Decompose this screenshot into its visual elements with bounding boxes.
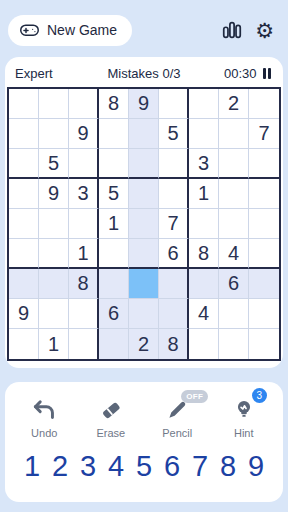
cell-r6c8[interactable]: 4	[219, 239, 249, 269]
cell-r6c3[interactable]: 1	[69, 239, 99, 269]
cell-r8c3[interactable]	[69, 299, 99, 329]
tools-card: Undo Erase OFF Pencil	[5, 382, 283, 502]
cell-r4c7[interactable]: 1	[189, 179, 219, 209]
cell-r9c3[interactable]	[69, 329, 99, 359]
cell-r9c7[interactable]	[189, 329, 219, 359]
numpad-1[interactable]: 1	[19, 451, 45, 483]
cell-r7c9[interactable]	[249, 269, 279, 299]
cell-r3c2[interactable]: 5	[39, 149, 69, 179]
numpad-2[interactable]: 2	[47, 451, 73, 483]
cell-r4c9[interactable]	[249, 179, 279, 209]
cell-r5c3[interactable]	[69, 209, 99, 239]
cell-r3c3[interactable]	[69, 149, 99, 179]
sudoku-grid: 89295753935117168486964128	[7, 87, 281, 361]
cell-r9c1[interactable]	[9, 329, 39, 359]
cell-r1c8[interactable]: 2	[219, 89, 249, 119]
cell-r7c3[interactable]: 8	[69, 269, 99, 299]
cell-r5c9[interactable]	[249, 209, 279, 239]
cell-r6c6[interactable]: 6	[159, 239, 189, 269]
pencil-off-badge: OFF	[181, 390, 208, 403]
pencil-label: Pencil	[162, 427, 192, 439]
cell-r2c8[interactable]	[219, 119, 249, 149]
cell-r3c6[interactable]	[159, 149, 189, 179]
cell-r4c2[interactable]: 9	[39, 179, 69, 209]
difficulty-label: Expert	[15, 66, 95, 81]
cell-r1c2[interactable]	[39, 89, 69, 119]
cell-r3c9[interactable]	[249, 149, 279, 179]
cell-r7c5[interactable]	[129, 269, 159, 299]
numpad-7[interactable]: 7	[187, 451, 213, 483]
settings-button[interactable]: ⚙	[253, 18, 276, 43]
cell-r1c9[interactable]	[249, 89, 279, 119]
hint-label: Hint	[234, 427, 254, 439]
hint-button[interactable]: 3 Hint	[215, 394, 273, 439]
cell-r4c3[interactable]: 3	[69, 179, 99, 209]
cell-r9c2[interactable]: 1	[39, 329, 69, 359]
numpad-9[interactable]: 9	[243, 451, 269, 483]
cell-r8c2[interactable]	[39, 299, 69, 329]
cell-r5c7[interactable]	[189, 209, 219, 239]
numpad-8[interactable]: 8	[215, 451, 241, 483]
numpad-4[interactable]: 4	[103, 451, 129, 483]
cell-r3c1[interactable]	[9, 149, 39, 179]
cell-r9c8[interactable]	[219, 329, 249, 359]
board-card: Expert Mistakes 0/3 00:30 89295753935117…	[5, 57, 283, 368]
pause-button[interactable]	[261, 66, 274, 81]
cell-r1c3[interactable]	[69, 89, 99, 119]
cell-r1c4[interactable]: 8	[99, 89, 129, 119]
cell-r5c5[interactable]	[129, 209, 159, 239]
bar-chart-icon	[221, 19, 243, 41]
cell-r3c8[interactable]	[219, 149, 249, 179]
cell-r8c8[interactable]	[219, 299, 249, 329]
cell-r6c5[interactable]	[129, 239, 159, 269]
cell-r4c5[interactable]	[129, 179, 159, 209]
cell-r8c1[interactable]: 9	[9, 299, 39, 329]
statistics-button[interactable]	[219, 17, 245, 43]
undo-button[interactable]: Undo	[15, 394, 73, 439]
cell-r3c4[interactable]	[99, 149, 129, 179]
cell-r6c2[interactable]	[39, 239, 69, 269]
cell-r2c6[interactable]: 5	[159, 119, 189, 149]
mistakes-label: Mistakes 0/3	[95, 66, 193, 81]
undo-arrow-icon	[31, 397, 57, 423]
cell-r7c2[interactable]	[39, 269, 69, 299]
numpad-6[interactable]: 6	[159, 451, 185, 483]
cell-r9c6[interactable]: 8	[159, 329, 189, 359]
cell-r5c6[interactable]: 7	[159, 209, 189, 239]
cell-r7c6[interactable]	[159, 269, 189, 299]
new-game-label: New Game	[47, 22, 117, 38]
numpad-5[interactable]: 5	[131, 451, 157, 483]
status-row: Expert Mistakes 0/3 00:30	[5, 57, 283, 87]
number-pad: 123456789	[5, 439, 283, 483]
erase-label: Erase	[96, 427, 125, 439]
cell-r9c9[interactable]	[249, 329, 279, 359]
pause-icon	[263, 68, 266, 79]
cell-r2c4[interactable]	[99, 119, 129, 149]
cell-r1c5[interactable]: 9	[129, 89, 159, 119]
cell-r4c8[interactable]	[219, 179, 249, 209]
cell-r7c8[interactable]: 6	[219, 269, 249, 299]
cell-r5c1[interactable]	[9, 209, 39, 239]
cell-r3c7[interactable]: 3	[189, 149, 219, 179]
cell-r6c4[interactable]	[99, 239, 129, 269]
cell-r2c5[interactable]	[129, 119, 159, 149]
cell-r2c9[interactable]: 7	[249, 119, 279, 149]
cell-r8c9[interactable]	[249, 299, 279, 329]
undo-label: Undo	[31, 427, 57, 439]
cell-r3c5[interactable]	[129, 149, 159, 179]
cell-r5c2[interactable]	[39, 209, 69, 239]
pencil-button[interactable]: OFF Pencil	[148, 394, 206, 439]
cell-r6c7[interactable]: 8	[189, 239, 219, 269]
cell-r8c6[interactable]	[159, 299, 189, 329]
cell-r1c6[interactable]	[159, 89, 189, 119]
cell-r7c1[interactable]	[9, 269, 39, 299]
cell-r7c4[interactable]	[99, 269, 129, 299]
cell-r6c1[interactable]	[9, 239, 39, 269]
cell-r4c4[interactable]: 5	[99, 179, 129, 209]
cell-r8c5[interactable]	[129, 299, 159, 329]
cell-r9c4[interactable]	[99, 329, 129, 359]
toolbar: Undo Erase OFF Pencil	[5, 394, 283, 439]
cell-r1c1[interactable]	[9, 89, 39, 119]
timer-value: 00:30	[224, 66, 257, 81]
cell-r4c6[interactable]	[159, 179, 189, 209]
gear-icon: ⚙	[255, 20, 274, 41]
cell-r2c2[interactable]	[39, 119, 69, 149]
cell-r2c1[interactable]	[9, 119, 39, 149]
numpad-3[interactable]: 3	[75, 451, 101, 483]
cell-r4c1[interactable]	[9, 179, 39, 209]
cell-r6c9[interactable]	[249, 239, 279, 269]
cell-r5c4[interactable]: 1	[99, 209, 129, 239]
bulb-icon	[231, 397, 257, 423]
erase-button[interactable]: Erase	[82, 394, 140, 439]
eraser-icon	[98, 397, 124, 423]
cell-r9c5[interactable]: 2	[129, 329, 159, 359]
cell-r2c7[interactable]	[189, 119, 219, 149]
cell-r8c4[interactable]: 6	[99, 299, 129, 329]
top-bar: New Game ⚙	[8, 14, 280, 46]
gamepad-icon	[19, 21, 40, 39]
hint-count-badge: 3	[252, 388, 267, 403]
cell-r1c7[interactable]	[189, 89, 219, 119]
cell-r5c8[interactable]	[219, 209, 249, 239]
new-game-button[interactable]: New Game	[8, 15, 132, 46]
cell-r7c7[interactable]	[189, 269, 219, 299]
cell-r2c3[interactable]: 9	[69, 119, 99, 149]
cell-r8c7[interactable]: 4	[189, 299, 219, 329]
